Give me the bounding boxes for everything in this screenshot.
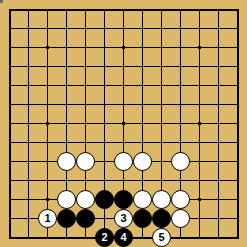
white-stone (57, 190, 76, 209)
black-stone (76, 209, 95, 228)
move-number-label: 2 (101, 232, 107, 243)
star-point (46, 46, 49, 49)
white-stone (152, 190, 171, 209)
star-point (198, 46, 201, 49)
white-stone-move-1: 1 (38, 209, 57, 228)
white-stone (171, 190, 190, 209)
black-stone (114, 190, 133, 209)
grid-line-vertical (237, 9, 238, 238)
white-stone (76, 152, 95, 171)
screenshot-corner-artifact (0, 0, 3, 3)
white-stone (171, 209, 190, 228)
white-stone-move-3: 3 (114, 209, 133, 228)
white-stone (57, 152, 76, 171)
go-board-diagram: 13245 (0, 0, 247, 247)
black-stone-move-2: 2 (95, 228, 114, 247)
go-board[interactable]: 13245 (0, 0, 247, 247)
black-stone (57, 209, 76, 228)
white-stone (171, 152, 190, 171)
move-number-label: 1 (44, 213, 50, 224)
black-stone-move-4: 4 (114, 228, 133, 247)
star-point (198, 198, 201, 201)
grid-line-vertical (218, 9, 219, 238)
black-stone (152, 209, 171, 228)
white-stone (76, 190, 95, 209)
white-stone (133, 152, 152, 171)
grid-line-horizontal (9, 142, 238, 143)
star-point (122, 46, 125, 49)
star-point (46, 122, 49, 125)
move-number-label: 3 (120, 213, 126, 224)
grid-line-horizontal (9, 180, 238, 181)
white-stone (133, 190, 152, 209)
move-number-label: 5 (158, 232, 164, 243)
star-point (198, 122, 201, 125)
star-point (122, 122, 125, 125)
black-stone (95, 190, 114, 209)
black-stone (133, 209, 152, 228)
move-number-label: 4 (120, 232, 126, 243)
star-point (46, 198, 49, 201)
white-stone (114, 152, 133, 171)
white-stone-move-5: 5 (152, 228, 171, 247)
